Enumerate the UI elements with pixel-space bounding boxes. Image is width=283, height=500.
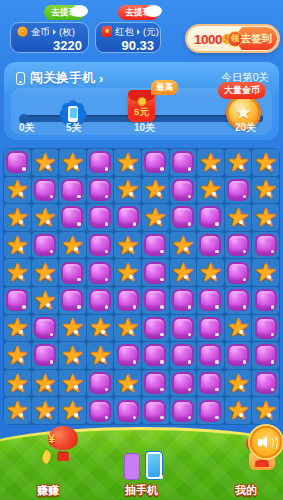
purple-candy-piece bbox=[61, 262, 83, 284]
gold-coin-icon bbox=[137, 97, 146, 106]
board-cell-r9c2-star[interactable]: ★ bbox=[32, 370, 59, 397]
board-cell-r9c5-star[interactable]: ★ bbox=[114, 370, 141, 397]
ribbon-icon bbox=[39, 450, 53, 465]
board-cell-r1c2-star[interactable]: ★ bbox=[32, 149, 59, 176]
purple-candy-piece bbox=[34, 179, 56, 201]
board-cell-r3c8-candy[interactable] bbox=[197, 204, 224, 231]
board-cell-r10c7-candy[interactable] bbox=[170, 397, 197, 424]
purple-candy-piece bbox=[61, 206, 83, 228]
envelope-amount: 5元 bbox=[128, 106, 155, 119]
phone-icon bbox=[16, 72, 25, 85]
chevron-right-icon: › bbox=[99, 71, 103, 86]
board-cell-r6c8-candy[interactable] bbox=[197, 287, 224, 314]
purple-candy-piece bbox=[144, 234, 166, 256]
purple-candy-piece bbox=[89, 179, 111, 201]
purple-candy-piece bbox=[255, 372, 277, 394]
purple-candy-piece bbox=[255, 289, 277, 311]
board-cell-r2c1-star[interactable]: ★ bbox=[4, 177, 31, 204]
star-piece: ★ bbox=[254, 177, 276, 202]
big-coins-badge: 大量金币 bbox=[218, 82, 266, 99]
coin-value: 3220 bbox=[17, 38, 82, 53]
board-cell-r5c6-candy[interactable] bbox=[142, 259, 169, 286]
purple-candy-piece bbox=[172, 151, 194, 173]
star-piece: ★ bbox=[6, 205, 28, 230]
board-cell-r4c3-star[interactable]: ★ bbox=[59, 232, 86, 259]
board-cell-r6c3-candy[interactable] bbox=[59, 287, 86, 314]
red-packet-label: 红包 bbox=[115, 27, 134, 37]
board-cell-r1c5-star[interactable]: ★ bbox=[114, 149, 141, 176]
board-cell-r5c10-star[interactable]: ★ bbox=[252, 259, 279, 286]
board-cell-r6c10-candy[interactable] bbox=[252, 287, 279, 314]
milestone-label-10: 10关 bbox=[134, 121, 155, 135]
star-piece: ★ bbox=[34, 371, 56, 396]
board-cell-r3c1-star[interactable]: ★ bbox=[4, 204, 31, 231]
board-cell-r4c8-candy[interactable] bbox=[197, 232, 224, 259]
board-cell-r2c6-star[interactable]: ★ bbox=[142, 177, 169, 204]
purple-candy-piece bbox=[199, 317, 221, 339]
board-cell-r6c4-candy[interactable] bbox=[87, 287, 114, 314]
arrow-right-icon bbox=[53, 29, 56, 35]
purple-candy-piece bbox=[255, 234, 277, 256]
phone-front-icon bbox=[145, 451, 163, 480]
board-cell-r5c1-star[interactable]: ★ bbox=[4, 259, 31, 286]
purple-candy-piece bbox=[34, 317, 56, 339]
board-cell-r6c2-star[interactable]: ★ bbox=[32, 287, 59, 314]
milestone-label-0: 0关 bbox=[19, 121, 35, 135]
nav-earn-button[interactable]: ¥ 赚赚 bbox=[22, 450, 74, 497]
board-cell-r5c4-candy[interactable] bbox=[87, 259, 114, 286]
star-piece: ★ bbox=[61, 150, 83, 175]
star-piece: ★ bbox=[116, 371, 138, 396]
coin-balance-pill[interactable]: 金币 (枚) 3220 bbox=[10, 22, 89, 53]
star-piece: ★ bbox=[199, 150, 221, 175]
board-cell-r1c8-star[interactable]: ★ bbox=[197, 149, 224, 176]
purple-candy-piece bbox=[227, 234, 249, 256]
purple-candy-piece bbox=[89, 234, 111, 256]
star-piece: ★ bbox=[144, 177, 166, 202]
board-cell-r8c9-candy[interactable] bbox=[225, 342, 252, 369]
board-cell-r10c6-candy[interactable] bbox=[142, 397, 169, 424]
board-cell-r2c8-star[interactable]: ★ bbox=[197, 177, 224, 204]
milestone-label-20: 20关 bbox=[235, 121, 256, 135]
board-cell-r2c10-star[interactable]: ★ bbox=[252, 177, 279, 204]
board-cell-r3c4-candy[interactable] bbox=[87, 204, 114, 231]
board-cell-r7c4-star[interactable]: ★ bbox=[87, 315, 114, 342]
board-cell-r5c9-candy[interactable] bbox=[225, 259, 252, 286]
purple-candy-piece bbox=[6, 151, 28, 173]
star-piece: ★ bbox=[116, 315, 138, 340]
board-cell-r1c3-star[interactable]: ★ bbox=[59, 149, 86, 176]
purple-candy-piece bbox=[172, 317, 194, 339]
star-piece: ★ bbox=[34, 398, 56, 423]
purple-candy-piece bbox=[117, 289, 139, 311]
board-cell-r7c10-candy[interactable] bbox=[252, 315, 279, 342]
red-packet-withdraw-badge[interactable]: 去提现 bbox=[118, 5, 159, 20]
purple-candy-piece bbox=[117, 206, 139, 228]
red-packet-unit: (元) bbox=[143, 27, 159, 37]
arrow-right-icon bbox=[137, 29, 140, 35]
star-piece: ★ bbox=[116, 260, 138, 285]
board-cell-r7c6-candy[interactable] bbox=[142, 315, 169, 342]
purple-candy-piece bbox=[89, 151, 111, 173]
star-piece: ★ bbox=[116, 233, 138, 258]
purple-candy-piece bbox=[144, 262, 166, 284]
board-cell-r8c1-star[interactable]: ★ bbox=[4, 342, 31, 369]
app-screen: 金币 (枚) 3220 去提现 红包 (元) 90.33 去提现 1000 元 … bbox=[0, 0, 283, 500]
board-cell-r4c6-candy[interactable] bbox=[142, 232, 169, 259]
star-piece: ★ bbox=[89, 343, 111, 368]
star-piece: ★ bbox=[172, 260, 194, 285]
star-piece: ★ bbox=[89, 315, 111, 340]
board-cell-r10c9-star[interactable]: ★ bbox=[225, 397, 252, 424]
person-body bbox=[255, 460, 269, 467]
purple-candy-piece bbox=[144, 289, 166, 311]
board-cell-r10c3-star[interactable]: ★ bbox=[59, 397, 86, 424]
board-cell-r3c5-candy[interactable] bbox=[114, 204, 141, 231]
board-cell-r6c7-candy[interactable] bbox=[170, 287, 197, 314]
purple-candy-piece bbox=[144, 317, 166, 339]
star-piece: ★ bbox=[61, 398, 83, 423]
board-cell-r9c7-candy[interactable] bbox=[170, 370, 197, 397]
board-cell-r5c7-star[interactable]: ★ bbox=[170, 259, 197, 286]
star-piece: ★ bbox=[116, 177, 138, 202]
star-piece: ★ bbox=[6, 177, 28, 202]
purple-candy-piece bbox=[6, 289, 28, 311]
bottom-nav: ¥ 赚赚 抽手机 我的 bbox=[0, 440, 283, 500]
purple-candy-piece bbox=[89, 289, 111, 311]
board-cell-r2c5-star[interactable]: ★ bbox=[114, 177, 141, 204]
star-piece: ★ bbox=[199, 260, 221, 285]
board-cell-r6c5-candy[interactable] bbox=[114, 287, 141, 314]
board-cell-r3c7-candy[interactable] bbox=[170, 204, 197, 231]
star-piece: ★ bbox=[254, 260, 276, 285]
milestone-label-5: 5关 bbox=[66, 121, 82, 135]
board-cell-r10c2-star[interactable]: ★ bbox=[32, 397, 59, 424]
max-badge: 最高 bbox=[151, 80, 178, 95]
board-cell-r2c2-candy[interactable] bbox=[32, 177, 59, 204]
board-cell-r8c6-candy[interactable] bbox=[142, 342, 169, 369]
board-cell-r5c8-star[interactable]: ★ bbox=[197, 259, 224, 286]
red-packet-value: 90.33 bbox=[102, 38, 154, 53]
speaker-wave bbox=[267, 435, 278, 451]
board-cell-r10c5-candy[interactable] bbox=[114, 397, 141, 424]
phone-icon bbox=[68, 106, 78, 122]
nav-earn-label: 赚赚 bbox=[22, 484, 74, 497]
board-cell-r6c1-candy[interactable] bbox=[4, 287, 31, 314]
board-cell-r2c4-candy[interactable] bbox=[87, 177, 114, 204]
board-cell-r1c7-candy[interactable] bbox=[170, 149, 197, 176]
board-cell-r2c3-candy[interactable] bbox=[59, 177, 86, 204]
signin-button-label: 去签到 bbox=[241, 32, 273, 46]
board-cell-r10c8-candy[interactable] bbox=[197, 397, 224, 424]
board-cell-r9c10-candy[interactable] bbox=[252, 370, 279, 397]
board-cell-r7c7-candy[interactable] bbox=[170, 315, 197, 342]
board-cell-r7c3-star[interactable]: ★ bbox=[59, 315, 86, 342]
purple-candy-piece bbox=[89, 372, 111, 394]
star-icon: ★ bbox=[235, 103, 252, 122]
board-cell-r4c9-candy[interactable] bbox=[225, 232, 252, 259]
board-cell-r4c2-candy[interactable] bbox=[32, 232, 59, 259]
purple-candy-piece bbox=[61, 179, 83, 201]
board-cell-r2c9-candy[interactable] bbox=[225, 177, 252, 204]
star-piece: ★ bbox=[227, 205, 249, 230]
star-piece: ★ bbox=[34, 288, 56, 313]
board-cell-r1c9-star[interactable]: ★ bbox=[225, 149, 252, 176]
purple-candy-piece bbox=[172, 400, 194, 422]
purple-candy-piece bbox=[172, 372, 194, 394]
board-cell-r8c8-candy[interactable] bbox=[197, 342, 224, 369]
board-cell-r3c6-star[interactable]: ★ bbox=[142, 204, 169, 231]
board-cell-r2c7-candy[interactable] bbox=[170, 177, 197, 204]
board-cell-r9c6-candy[interactable] bbox=[142, 370, 169, 397]
board-cell-r8c3-star[interactable]: ★ bbox=[59, 342, 86, 369]
star-piece: ★ bbox=[144, 205, 166, 230]
purple-candy-piece bbox=[172, 206, 194, 228]
star-piece: ★ bbox=[34, 150, 56, 175]
star-piece: ★ bbox=[61, 315, 83, 340]
board-cell-r9c3-star[interactable]: ★ bbox=[59, 370, 86, 397]
board-cell-r4c10-candy[interactable] bbox=[252, 232, 279, 259]
purple-candy-piece bbox=[199, 372, 221, 394]
star-piece: ★ bbox=[6, 315, 28, 340]
game-board: ★★★★★★★★★★★★★★★★★★★★★★★★★★★★★★★★★★★★★★★★… bbox=[3, 148, 280, 425]
purple-candy-piece bbox=[61, 289, 83, 311]
purple-candy-piece bbox=[172, 344, 194, 366]
board-cell-r10c4-candy[interactable] bbox=[87, 397, 114, 424]
purple-candy-piece bbox=[227, 262, 249, 284]
star-piece: ★ bbox=[227, 315, 249, 340]
purple-candy-piece bbox=[89, 206, 111, 228]
board-cell-r4c7-star[interactable]: ★ bbox=[170, 232, 197, 259]
star-piece: ★ bbox=[61, 233, 83, 258]
star-piece: ★ bbox=[172, 233, 194, 258]
star-piece: ★ bbox=[254, 398, 276, 423]
star-piece: ★ bbox=[6, 371, 28, 396]
purple-candy-piece bbox=[227, 344, 249, 366]
star-piece: ★ bbox=[61, 371, 83, 396]
purple-candy-piece bbox=[117, 400, 139, 422]
sound-toggle-button[interactable] bbox=[250, 426, 282, 458]
purple-candy-piece bbox=[144, 372, 166, 394]
censor-blob bbox=[71, 5, 88, 17]
purple-candy-piece bbox=[199, 400, 221, 422]
nav-draw-phone-button[interactable]: 抽手机 bbox=[110, 450, 174, 497]
star-piece: ★ bbox=[34, 205, 56, 230]
board-cell-r1c1-candy[interactable] bbox=[4, 149, 31, 176]
level-progress-panel: 闯关换手机 › 今日第0关 5元 最高 ★ 大量金币 0关 5关 10关 20关 bbox=[4, 62, 279, 140]
nav-mine-label: 我的 bbox=[221, 484, 271, 497]
progress-title[interactable]: 闯关换手机 bbox=[30, 69, 95, 87]
star-piece: ★ bbox=[227, 398, 249, 423]
board-cell-r5c3-candy[interactable] bbox=[59, 259, 86, 286]
purple-candy-piece bbox=[255, 317, 277, 339]
board-cell-r8c7-candy[interactable] bbox=[170, 342, 197, 369]
board-cell-r8c5-candy[interactable] bbox=[114, 342, 141, 369]
board-cell-r1c6-candy[interactable] bbox=[142, 149, 169, 176]
board-cell-r8c2-candy[interactable] bbox=[32, 342, 59, 369]
purple-candy-piece bbox=[34, 234, 56, 256]
nav-draw-phone-label: 抽手机 bbox=[110, 484, 174, 497]
coin-withdraw-badge[interactable]: 去提现 bbox=[44, 5, 85, 20]
purple-candy-piece bbox=[89, 400, 111, 422]
censor-blob bbox=[145, 5, 162, 17]
red-packet-balance-pill[interactable]: 红包 (元) 90.33 bbox=[95, 22, 161, 53]
purple-candy-piece bbox=[144, 344, 166, 366]
board-cell-r7c5-star[interactable]: ★ bbox=[114, 315, 141, 342]
signin-button[interactable]: 1000 元 领 去签到 bbox=[185, 24, 280, 53]
board-cell-r6c6-candy[interactable] bbox=[142, 287, 169, 314]
phone-back-icon bbox=[124, 453, 140, 480]
purple-candy-piece bbox=[199, 206, 221, 228]
star-piece: ★ bbox=[227, 150, 249, 175]
signin-amount: 1000 bbox=[194, 31, 222, 46]
purple-candy-piece bbox=[144, 400, 166, 422]
board-cell-r9c1-star[interactable]: ★ bbox=[4, 370, 31, 397]
board-cell-r1c4-candy[interactable] bbox=[87, 149, 114, 176]
star-piece: ★ bbox=[116, 150, 138, 175]
star-piece: ★ bbox=[199, 177, 221, 202]
star-piece: ★ bbox=[254, 150, 276, 175]
board-cell-r8c4-star[interactable]: ★ bbox=[87, 342, 114, 369]
star-piece: ★ bbox=[227, 371, 249, 396]
purple-candy-piece bbox=[89, 262, 111, 284]
board-cell-r7c1-star[interactable]: ★ bbox=[4, 315, 31, 342]
board-cell-r5c5-star[interactable]: ★ bbox=[114, 259, 141, 286]
purple-candy-piece bbox=[227, 179, 249, 201]
star-piece: ★ bbox=[6, 398, 28, 423]
star-piece: ★ bbox=[6, 343, 28, 368]
purple-candy-piece bbox=[199, 344, 221, 366]
coin-label: 金币 bbox=[31, 27, 50, 37]
board-cell-r4c4-candy[interactable] bbox=[87, 232, 114, 259]
board-cell-r5c2-star[interactable]: ★ bbox=[32, 259, 59, 286]
red-packet-icon bbox=[102, 26, 112, 37]
board-cell-r7c8-candy[interactable] bbox=[197, 315, 224, 342]
board-cell-r6c9-candy[interactable] bbox=[225, 287, 252, 314]
star-piece: ★ bbox=[6, 233, 28, 258]
board-cell-r10c10-star[interactable]: ★ bbox=[252, 397, 279, 424]
board-cell-r3c9-star[interactable]: ★ bbox=[225, 204, 252, 231]
purple-candy-piece bbox=[227, 289, 249, 311]
board-cell-r3c10-star[interactable]: ★ bbox=[252, 204, 279, 231]
star-piece: ★ bbox=[34, 260, 56, 285]
purple-candy-piece bbox=[117, 344, 139, 366]
purple-candy-piece bbox=[172, 289, 194, 311]
coin-icon bbox=[17, 26, 28, 37]
board-cell-r7c2-candy[interactable] bbox=[32, 315, 59, 342]
star-piece: ★ bbox=[6, 260, 28, 285]
purple-candy-piece bbox=[199, 234, 221, 256]
board-cell-r9c8-candy[interactable] bbox=[197, 370, 224, 397]
purple-candy-piece bbox=[172, 179, 194, 201]
board-cell-r8c10-candy[interactable] bbox=[252, 342, 279, 369]
star-piece: ★ bbox=[254, 205, 276, 230]
board-cell-r10c1-star[interactable]: ★ bbox=[4, 397, 31, 424]
board-cell-r1c10-star[interactable]: ★ bbox=[252, 149, 279, 176]
board-cell-r4c5-star[interactable]: ★ bbox=[114, 232, 141, 259]
purple-candy-piece bbox=[255, 344, 277, 366]
coin-unit: (枚) bbox=[59, 27, 75, 37]
board-cell-r3c3-candy[interactable] bbox=[59, 204, 86, 231]
board-cell-r7c9-star[interactable]: ★ bbox=[225, 315, 252, 342]
purple-candy-piece bbox=[144, 151, 166, 173]
board-cell-r9c4-candy[interactable] bbox=[87, 370, 114, 397]
purple-candy-piece bbox=[199, 289, 221, 311]
board-cell-r4c1-star[interactable]: ★ bbox=[4, 232, 31, 259]
star-piece: ★ bbox=[61, 343, 83, 368]
board-cell-r3c2-star[interactable]: ★ bbox=[32, 204, 59, 231]
board-cell-r9c9-star[interactable]: ★ bbox=[225, 370, 252, 397]
purple-candy-piece bbox=[34, 344, 56, 366]
